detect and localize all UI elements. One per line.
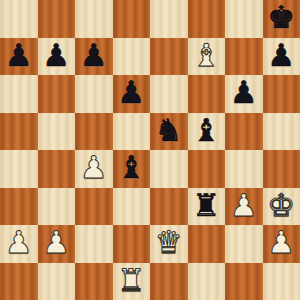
square-h7[interactable]: ♟ xyxy=(263,38,301,76)
square-a8[interactable] xyxy=(0,0,38,38)
square-d5[interactable] xyxy=(113,113,151,151)
square-g6[interactable]: ♟ xyxy=(225,75,263,113)
square-b2[interactable]: ♟ xyxy=(38,225,76,263)
square-a5[interactable] xyxy=(0,113,38,151)
square-g8[interactable] xyxy=(225,0,263,38)
piece-black-pawn[interactable]: ♟ xyxy=(267,40,295,71)
piece-white-pawn[interactable]: ♟ xyxy=(42,227,70,258)
square-f6[interactable] xyxy=(188,75,226,113)
square-h5[interactable] xyxy=(263,113,301,151)
square-e1[interactable] xyxy=(150,263,188,300)
square-e5[interactable]: ♞ xyxy=(150,113,188,151)
square-e3[interactable] xyxy=(150,188,188,226)
square-b7[interactable]: ♟ xyxy=(38,38,76,76)
square-b1[interactable] xyxy=(38,263,76,300)
piece-black-bishop[interactable]: ♝ xyxy=(117,152,145,183)
square-h2[interactable]: ♟ xyxy=(263,225,301,263)
square-e6[interactable] xyxy=(150,75,188,113)
square-b6[interactable] xyxy=(38,75,76,113)
square-f2[interactable] xyxy=(188,225,226,263)
piece-white-queen[interactable]: ♛ xyxy=(155,227,183,258)
square-a7[interactable]: ♟ xyxy=(0,38,38,76)
square-e7[interactable] xyxy=(150,38,188,76)
square-e8[interactable] xyxy=(150,0,188,38)
piece-white-pawn[interactable]: ♟ xyxy=(80,152,108,183)
square-h4[interactable] xyxy=(263,150,301,188)
square-d7[interactable] xyxy=(113,38,151,76)
square-d2[interactable] xyxy=(113,225,151,263)
square-a3[interactable] xyxy=(0,188,38,226)
square-g3[interactable]: ♟ xyxy=(225,188,263,226)
square-c6[interactable] xyxy=(75,75,113,113)
square-d8[interactable] xyxy=(113,0,151,38)
square-h6[interactable] xyxy=(263,75,301,113)
piece-black-pawn[interactable]: ♟ xyxy=(80,40,108,71)
chess-board-container: ♚♟♟♟♝♟♟♟♞♝♟♝♜♟♚♟♟♛♟♜ xyxy=(0,0,300,300)
piece-black-pawn[interactable]: ♟ xyxy=(5,40,33,71)
square-c3[interactable] xyxy=(75,188,113,226)
piece-black-pawn[interactable]: ♟ xyxy=(117,77,145,108)
square-d3[interactable] xyxy=(113,188,151,226)
square-c2[interactable] xyxy=(75,225,113,263)
square-f1[interactable] xyxy=(188,263,226,300)
square-h1[interactable] xyxy=(263,263,301,300)
square-h8[interactable]: ♚ xyxy=(263,0,301,38)
square-b3[interactable] xyxy=(38,188,76,226)
square-b4[interactable] xyxy=(38,150,76,188)
square-a4[interactable] xyxy=(0,150,38,188)
square-a2[interactable]: ♟ xyxy=(0,225,38,263)
square-c5[interactable] xyxy=(75,113,113,151)
square-d4[interactable]: ♝ xyxy=(113,150,151,188)
piece-white-pawn[interactable]: ♟ xyxy=(267,227,295,258)
square-e4[interactable] xyxy=(150,150,188,188)
square-f3[interactable]: ♜ xyxy=(188,188,226,226)
piece-black-bishop[interactable]: ♝ xyxy=(192,115,220,146)
square-g2[interactable] xyxy=(225,225,263,263)
square-g1[interactable] xyxy=(225,263,263,300)
square-b5[interactable] xyxy=(38,113,76,151)
piece-black-king[interactable]: ♚ xyxy=(267,2,295,33)
square-d1[interactable]: ♜ xyxy=(113,263,151,300)
square-e2[interactable]: ♛ xyxy=(150,225,188,263)
square-c4[interactable]: ♟ xyxy=(75,150,113,188)
piece-white-pawn[interactable]: ♟ xyxy=(5,227,33,258)
square-c7[interactable]: ♟ xyxy=(75,38,113,76)
piece-white-pawn[interactable]: ♟ xyxy=(230,190,258,221)
square-h3[interactable]: ♚ xyxy=(263,188,301,226)
square-a1[interactable] xyxy=(0,263,38,300)
square-f7[interactable]: ♝ xyxy=(188,38,226,76)
square-g4[interactable] xyxy=(225,150,263,188)
piece-black-knight[interactable]: ♞ xyxy=(155,115,183,146)
piece-white-rook[interactable]: ♜ xyxy=(117,265,145,296)
piece-white-bishop[interactable]: ♝ xyxy=(192,40,220,71)
square-a6[interactable] xyxy=(0,75,38,113)
square-f5[interactable]: ♝ xyxy=(188,113,226,151)
piece-white-king[interactable]: ♚ xyxy=(267,190,295,221)
square-g5[interactable] xyxy=(225,113,263,151)
square-f8[interactable] xyxy=(188,0,226,38)
square-b8[interactable] xyxy=(38,0,76,38)
square-g7[interactable] xyxy=(225,38,263,76)
piece-black-rook[interactable]: ♜ xyxy=(192,190,220,221)
square-d6[interactable]: ♟ xyxy=(113,75,151,113)
square-f4[interactable] xyxy=(188,150,226,188)
square-c1[interactable] xyxy=(75,263,113,300)
piece-black-pawn[interactable]: ♟ xyxy=(42,40,70,71)
chess-board: ♚♟♟♟♝♟♟♟♞♝♟♝♜♟♚♟♟♛♟♜ xyxy=(0,0,300,300)
piece-black-pawn[interactable]: ♟ xyxy=(230,77,258,108)
square-c8[interactable] xyxy=(75,0,113,38)
